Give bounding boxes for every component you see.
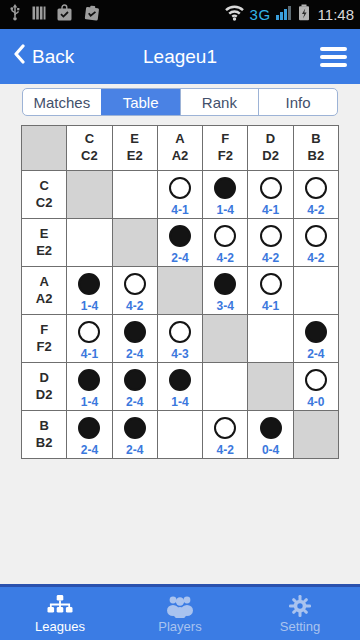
row-header-D: DD2 — [22, 363, 67, 411]
back-button[interactable]: Back — [13, 44, 74, 69]
cell-C-E-unplayed[interactable] — [113, 171, 158, 219]
view-tab-bar: MatchesTableRankInfo — [22, 88, 338, 116]
players-icon — [164, 594, 196, 618]
cell-A-B-unplayed[interactable] — [294, 267, 339, 315]
cell-B-B-diagonal — [294, 411, 339, 459]
box-check-icon — [56, 4, 73, 26]
match-score: 1-4 — [171, 396, 188, 408]
match-score: 3-4 — [217, 300, 234, 312]
col-header-F: FF2 — [203, 126, 248, 171]
cell-D-B[interactable]: 4-0 — [294, 363, 339, 411]
match-score: 4-1 — [262, 300, 279, 312]
win-circle-icon — [214, 417, 236, 439]
row-header-A: AA2 — [22, 267, 67, 315]
cell-D-F-unplayed[interactable] — [203, 363, 248, 411]
row-header-F: FF2 — [22, 315, 67, 363]
cell-E-F[interactable]: 4-2 — [203, 219, 248, 267]
status-bar: 3G 11:48 — [0, 0, 360, 29]
network-type-label: 3G — [250, 6, 271, 23]
signal-bars-icon — [276, 5, 293, 24]
loss-circle-icon — [169, 225, 191, 247]
cell-F-F-diagonal — [203, 315, 248, 363]
loss-circle-icon — [78, 369, 100, 391]
corner-cell — [22, 126, 67, 171]
stripes-icon — [32, 5, 46, 25]
nav-item-setting[interactable]: Setting — [240, 587, 360, 640]
clock-time: 11:48 — [318, 6, 354, 23]
cell-E-D[interactable]: 4-2 — [248, 219, 293, 267]
win-circle-icon — [78, 321, 100, 343]
tab-matches[interactable]: Matches — [23, 89, 101, 115]
win-circle-icon — [260, 177, 282, 199]
cell-B-C[interactable]: 2-4 — [67, 411, 112, 459]
cell-C-A[interactable]: 4-1 — [158, 171, 203, 219]
match-score: 4-1 — [171, 204, 188, 216]
cell-B-F[interactable]: 4-2 — [203, 411, 248, 459]
cell-C-F[interactable]: 1-4 — [203, 171, 248, 219]
hamburger-icon — [320, 47, 347, 51]
row-header-B: BB2 — [22, 411, 67, 459]
match-score: 4-2 — [217, 252, 234, 264]
nav-item-label: Leagues — [35, 619, 85, 634]
gear-icon — [288, 594, 312, 618]
cell-D-C[interactable]: 1-4 — [67, 363, 112, 411]
cell-A-D[interactable]: 4-1 — [248, 267, 293, 315]
back-chevron-icon — [13, 44, 25, 69]
loss-circle-icon — [124, 369, 146, 391]
cell-C-C-diagonal — [67, 171, 112, 219]
battery-charging-icon — [298, 4, 310, 25]
win-circle-icon — [214, 225, 236, 247]
match-score: 4-1 — [262, 204, 279, 216]
match-score: 4-2 — [126, 300, 143, 312]
bottom-navigation: LeaguesPlayersSetting — [0, 584, 360, 640]
col-header-D: DD2 — [248, 126, 293, 171]
loss-circle-icon — [260, 417, 282, 439]
nav-item-leagues[interactable]: Leagues — [0, 587, 120, 640]
match-score: 1-4 — [81, 300, 98, 312]
loss-circle-icon — [78, 417, 100, 439]
cell-A-F[interactable]: 3-4 — [203, 267, 248, 315]
league-tree-icon — [45, 594, 75, 618]
app-header: Back Leageu1 — [0, 29, 360, 84]
cell-C-D[interactable]: 4-1 — [248, 171, 293, 219]
cell-E-A[interactable]: 2-4 — [158, 219, 203, 267]
match-score: 4-2 — [262, 252, 279, 264]
col-header-A: AA2 — [158, 126, 203, 171]
match-score: 1-4 — [81, 396, 98, 408]
cell-E-B[interactable]: 4-2 — [294, 219, 339, 267]
win-circle-icon — [260, 225, 282, 247]
col-header-C: CC2 — [67, 126, 112, 171]
match-score: 4-2 — [217, 444, 234, 456]
loss-circle-icon — [214, 177, 236, 199]
match-score: 4-3 — [171, 348, 188, 360]
loss-circle-icon — [78, 273, 100, 295]
loss-circle-icon — [124, 417, 146, 439]
cell-D-A[interactable]: 1-4 — [158, 363, 203, 411]
cell-F-C[interactable]: 4-1 — [67, 315, 112, 363]
tab-info[interactable]: Info — [258, 89, 337, 115]
status-right-cluster: 3G 11:48 — [224, 4, 354, 25]
cell-E-E-diagonal — [113, 219, 158, 267]
wifi-icon — [224, 5, 245, 25]
win-circle-icon — [260, 273, 282, 295]
loss-circle-icon — [214, 273, 236, 295]
hamburger-menu-button[interactable] — [320, 43, 347, 71]
usb-icon — [8, 3, 22, 26]
match-score: 2-4 — [126, 348, 143, 360]
cell-D-D-diagonal — [248, 363, 293, 411]
row-header-E: EE2 — [22, 219, 67, 267]
match-score: 2-4 — [126, 444, 143, 456]
win-circle-icon — [169, 321, 191, 343]
match-score: 2-4 — [307, 348, 324, 360]
cell-D-E[interactable]: 2-4 — [113, 363, 158, 411]
match-score: 2-4 — [171, 252, 188, 264]
cell-C-B[interactable]: 4-2 — [294, 171, 339, 219]
cell-E-C-unplayed[interactable] — [67, 219, 112, 267]
match-score: 2-4 — [81, 444, 98, 456]
loss-circle-icon — [124, 321, 146, 343]
col-header-B: BB2 — [294, 126, 339, 171]
status-left-icons — [8, 3, 101, 26]
cell-F-A[interactable]: 4-3 — [158, 315, 203, 363]
win-circle-icon — [124, 273, 146, 295]
cell-A-E[interactable]: 4-2 — [113, 267, 158, 315]
win-circle-icon — [169, 177, 191, 199]
loss-circle-icon — [169, 369, 191, 391]
cell-B-E[interactable]: 2-4 — [113, 411, 158, 459]
match-score: 4-2 — [307, 204, 324, 216]
cell-B-A-unplayed[interactable] — [158, 411, 203, 459]
cell-A-A-diagonal — [158, 267, 203, 315]
cell-F-D-unplayed[interactable] — [248, 315, 293, 363]
match-score: 4-1 — [81, 348, 98, 360]
nav-item-players[interactable]: Players — [120, 587, 240, 640]
nav-item-label: Players — [158, 619, 201, 634]
tab-rank[interactable]: Rank — [180, 89, 259, 115]
match-score: 4-2 — [307, 252, 324, 264]
cell-B-D[interactable]: 0-4 — [248, 411, 293, 459]
clipboard-check-icon — [83, 4, 101, 26]
win-circle-icon — [305, 225, 327, 247]
row-header-C: CC2 — [22, 171, 67, 219]
results-crosstable: CC2EE2AA2FF2DD2BB2CC24-11-44-14-2EE22-44… — [21, 125, 339, 459]
cell-F-E[interactable]: 2-4 — [113, 315, 158, 363]
tab-table[interactable]: Table — [101, 89, 180, 115]
match-score: 0-4 — [262, 444, 279, 456]
win-circle-icon — [305, 369, 327, 391]
back-label: Back — [32, 46, 74, 68]
page-title: Leageu1 — [143, 46, 217, 68]
win-circle-icon — [305, 177, 327, 199]
col-header-E: EE2 — [113, 126, 158, 171]
match-score: 2-4 — [126, 396, 143, 408]
loss-circle-icon — [305, 321, 327, 343]
cell-A-C[interactable]: 1-4 — [67, 267, 112, 315]
nav-item-label: Setting — [280, 619, 320, 634]
match-score: 1-4 — [217, 204, 234, 216]
cell-F-B[interactable]: 2-4 — [294, 315, 339, 363]
match-score: 4-0 — [307, 396, 324, 408]
